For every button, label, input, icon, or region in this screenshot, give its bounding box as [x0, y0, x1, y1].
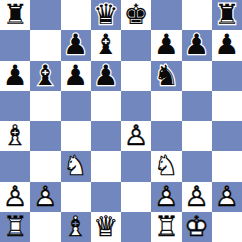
- square-c7[interactable]: ♟♟: [61, 30, 91, 60]
- square-f4[interactable]: [151, 121, 181, 151]
- square-f1[interactable]: ♜♖: [151, 212, 181, 242]
- square-h4[interactable]: [212, 121, 242, 151]
- white-rook: ♜♖: [151, 212, 181, 242]
- square-f5[interactable]: [151, 91, 181, 121]
- square-g4[interactable]: [182, 121, 212, 151]
- white-king: ♚♔: [182, 212, 212, 242]
- square-h2[interactable]: ♟♙: [212, 182, 242, 212]
- black-pawn: ♟♟: [0, 61, 30, 91]
- black-knight: ♞♞: [151, 61, 181, 91]
- square-g5[interactable]: [182, 91, 212, 121]
- square-b6[interactable]: ♝♝: [30, 61, 60, 91]
- square-f8[interactable]: [151, 0, 181, 30]
- square-d5[interactable]: [91, 91, 121, 121]
- white-pawn: ♟♙: [212, 182, 242, 212]
- square-h7[interactable]: ♟♟: [212, 30, 242, 60]
- white-knight: ♞♘: [61, 151, 91, 181]
- square-e7[interactable]: [121, 30, 151, 60]
- square-c1[interactable]: ♝♗: [61, 212, 91, 242]
- square-h3[interactable]: [212, 151, 242, 181]
- square-c4[interactable]: [61, 121, 91, 151]
- square-d2[interactable]: [91, 182, 121, 212]
- white-knight: ♞♘: [151, 151, 181, 181]
- square-b1[interactable]: [30, 212, 60, 242]
- black-pawn: ♟♟: [151, 30, 181, 60]
- black-bishop: ♝♝: [30, 61, 60, 91]
- black-king: ♚♚: [121, 0, 151, 30]
- black-rook: ♜♜: [0, 0, 30, 30]
- square-g2[interactable]: ♟♙: [182, 182, 212, 212]
- black-bishop: ♝♝: [91, 30, 121, 60]
- white-pawn: ♟♙: [121, 121, 151, 151]
- square-h8[interactable]: ♜♜: [212, 0, 242, 30]
- white-queen: ♛♕: [91, 212, 121, 242]
- square-f2[interactable]: ♟♙: [151, 182, 181, 212]
- square-g3[interactable]: [182, 151, 212, 181]
- square-e4[interactable]: ♟♙: [121, 121, 151, 151]
- square-c2[interactable]: [61, 182, 91, 212]
- black-queen: ♛♛: [91, 0, 121, 30]
- square-g6[interactable]: [182, 61, 212, 91]
- square-c5[interactable]: [61, 91, 91, 121]
- square-d1[interactable]: ♛♕: [91, 212, 121, 242]
- white-pawn: ♟♙: [151, 182, 181, 212]
- square-e3[interactable]: [121, 151, 151, 181]
- square-a7[interactable]: [0, 30, 30, 60]
- square-c3[interactable]: ♞♘: [61, 151, 91, 181]
- square-a2[interactable]: ♟♙: [0, 182, 30, 212]
- square-e1[interactable]: [121, 212, 151, 242]
- square-a4[interactable]: ♝♗: [0, 121, 30, 151]
- square-d8[interactable]: ♛♛: [91, 0, 121, 30]
- square-g1[interactable]: ♚♔: [182, 212, 212, 242]
- square-f7[interactable]: ♟♟: [151, 30, 181, 60]
- square-b8[interactable]: [30, 0, 60, 30]
- white-bishop: ♝♗: [0, 121, 30, 151]
- square-b7[interactable]: [30, 30, 60, 60]
- white-rook: ♜♖: [0, 212, 30, 242]
- square-c8[interactable]: [61, 0, 91, 30]
- square-d6[interactable]: ♟♟: [91, 61, 121, 91]
- black-pawn: ♟♟: [182, 30, 212, 60]
- square-g8[interactable]: [182, 0, 212, 30]
- square-a3[interactable]: [0, 151, 30, 181]
- square-c6[interactable]: ♟♟: [61, 61, 91, 91]
- chess-board: ♜♜♛♛♚♚♜♜♟♟♝♝♟♟♟♟♟♟♟♟♝♝♟♟♟♟♞♞♝♗♟♙♞♘♞♘♟♙♟♙…: [0, 0, 242, 242]
- black-pawn: ♟♟: [61, 30, 91, 60]
- square-b3[interactable]: [30, 151, 60, 181]
- square-d4[interactable]: [91, 121, 121, 151]
- square-a8[interactable]: ♜♜: [0, 0, 30, 30]
- black-pawn: ♟♟: [91, 61, 121, 91]
- square-a6[interactable]: ♟♟: [0, 61, 30, 91]
- white-pawn: ♟♙: [0, 182, 30, 212]
- square-h1[interactable]: [212, 212, 242, 242]
- black-pawn: ♟♟: [212, 30, 242, 60]
- square-h5[interactable]: [212, 91, 242, 121]
- square-d3[interactable]: [91, 151, 121, 181]
- square-b2[interactable]: ♟♙: [30, 182, 60, 212]
- square-b4[interactable]: [30, 121, 60, 151]
- black-pawn: ♟♟: [61, 61, 91, 91]
- square-e5[interactable]: [121, 91, 151, 121]
- square-b5[interactable]: [30, 91, 60, 121]
- black-rook: ♜♜: [212, 0, 242, 30]
- square-a5[interactable]: [0, 91, 30, 121]
- square-g7[interactable]: ♟♟: [182, 30, 212, 60]
- square-h6[interactable]: [212, 61, 242, 91]
- white-pawn: ♟♙: [30, 182, 60, 212]
- square-e8[interactable]: ♚♚: [121, 0, 151, 30]
- square-f3[interactable]: ♞♘: [151, 151, 181, 181]
- square-a1[interactable]: ♜♖: [0, 212, 30, 242]
- white-bishop: ♝♗: [61, 212, 91, 242]
- square-f6[interactable]: ♞♞: [151, 61, 181, 91]
- square-e2[interactable]: [121, 182, 151, 212]
- square-e6[interactable]: [121, 61, 151, 91]
- square-d7[interactable]: ♝♝: [91, 30, 121, 60]
- white-pawn: ♟♙: [182, 182, 212, 212]
